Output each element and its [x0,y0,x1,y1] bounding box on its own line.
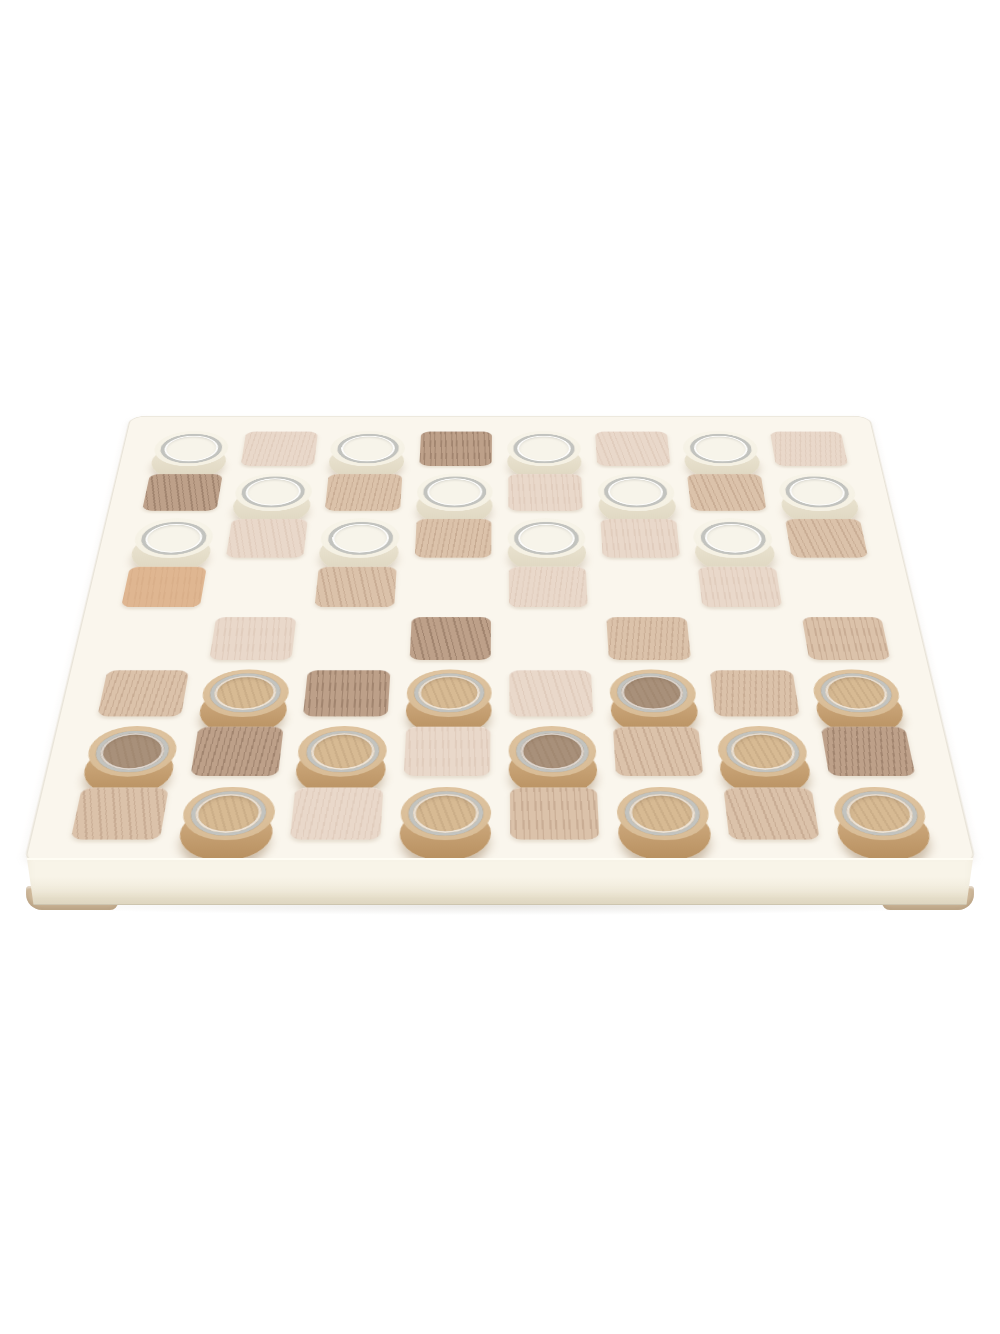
piece-wood-man[interactable] [83,726,181,776]
piece-metal-ring-icon [516,731,589,772]
piece-metal-ring-icon [423,477,486,508]
wood-inlay-square [97,670,189,716]
piece-wood-man[interactable] [405,669,492,716]
piece-metal-ring-icon [724,731,802,772]
piece-ivory-man[interactable] [776,473,859,511]
piece-metal-ring-icon [688,434,753,463]
wood-inlay-square [419,431,492,466]
piece-ivory-man[interactable] [131,518,217,558]
wood-inlay-square [70,787,169,840]
cell-r4c7[interactable] [689,562,792,612]
piece-wood-man[interactable] [399,787,492,841]
piece-ivory-man[interactable] [150,431,231,467]
piece-metal-ring-icon [327,522,394,555]
piece-wood-man[interactable] [715,726,810,776]
wood-inlay-square [290,787,383,840]
wood-inlay-square [509,566,589,607]
piece-metal-ring-icon [304,731,380,772]
wood-inlay-square [303,670,390,716]
piece-top [416,473,493,511]
cell-r2c5[interactable] [500,470,592,515]
piece-wood-man[interactable] [809,669,904,716]
wood-inlay-square [510,787,600,840]
piece-metal-ring-icon [336,434,399,463]
piece-ivory-man[interactable] [597,473,676,511]
cell-r6c2[interactable] [190,665,300,721]
wood-inlay-square [820,727,916,776]
cell-r8c3[interactable] [280,782,394,846]
cell-r7c5[interactable] [500,722,607,782]
piece-metal-ring-icon [240,477,307,508]
cell-r8c1[interactable] [59,782,180,846]
cell-r8c6[interactable] [607,782,721,846]
piece-top [405,669,492,716]
cell-r6c1[interactable] [87,665,200,721]
wood-inlay-square [121,566,208,607]
cell-r5c2[interactable] [199,612,305,665]
piece-metal-ring-icon [699,522,768,555]
cell-r3c4[interactable] [406,515,500,562]
cell-r2c1[interactable] [133,470,232,515]
cell-r4c2[interactable] [208,562,311,612]
wood-inlay-square [409,617,491,661]
piece-wood-man[interactable] [616,787,712,841]
wood-inlay-square [509,670,594,716]
piece-ivory-man[interactable] [691,518,775,558]
cell-r3c6[interactable] [592,515,689,562]
cell-r8c8[interactable] [820,782,941,846]
piece-wood-man[interactable] [508,726,598,776]
wood-inlay-square [508,474,583,511]
wood-inlay-square [209,617,296,661]
cell-r6c6[interactable] [600,665,706,721]
wood-inlay-square [226,519,308,558]
wood-inlay-square [190,727,283,776]
wood-inlay-square [142,474,223,511]
wood-inlay-square [403,727,490,776]
cell-r3c1[interactable] [122,515,224,562]
board-perspective-scene [25,417,974,864]
wood-inlay-square [687,474,766,511]
piece-metal-ring-icon [838,791,921,835]
wood-inlay-square [784,519,868,558]
piece-metal-ring-icon [818,674,896,713]
piece-metal-ring-icon [92,731,172,772]
piece-ivory-man[interactable] [319,518,401,558]
cell-r4c6[interactable] [594,562,694,612]
cell-r3c3[interactable] [311,515,408,562]
piece-metal-ring-icon [413,674,484,713]
piece-wood-man[interactable] [179,787,278,841]
cell-r4c8[interactable] [783,562,889,612]
wood-inlay-square [595,431,670,466]
cell-r1c5[interactable] [500,428,589,470]
cell-r7c2[interactable] [180,722,293,782]
cell-r8c4[interactable] [390,782,500,846]
cell-r2c3[interactable] [316,470,410,515]
cell-r1c6[interactable] [587,428,679,470]
cell-r6c8[interactable] [801,665,914,721]
cell-r2c7[interactable] [679,470,776,515]
cell-r3c2[interactable] [217,515,317,562]
cell-r8c2[interactable] [169,782,286,846]
cell-r4c1[interactable] [111,562,217,612]
cell-r5c8[interactable] [792,612,901,665]
cell-r3c5[interactable] [500,515,594,562]
cell-r1c1[interactable] [143,428,239,470]
wood-inlay-square [801,617,890,661]
cell-r3c8[interactable] [776,515,878,562]
cell-r1c8[interactable] [761,428,857,470]
piece-ivory-man[interactable] [507,518,586,558]
wood-inlay-square [710,670,800,716]
cell-r6c4[interactable] [397,665,500,721]
cell-r2c6[interactable] [589,470,683,515]
piece-metal-ring-icon [783,477,851,508]
cell-r6c7[interactable] [700,665,810,721]
cell-r7c8[interactable] [810,722,927,782]
wood-inlay-square [241,431,318,466]
cell-r2c4[interactable] [408,470,500,515]
cell-r6c5[interactable] [500,665,603,721]
piece-ivory-man[interactable] [416,473,493,511]
wood-inlay-square [325,474,402,511]
wood-inlay-square [613,727,703,776]
cell-r5c7[interactable] [695,612,801,665]
piece-wood-man[interactable] [608,669,697,716]
wood-inlay-square [600,519,680,558]
piece-metal-ring-icon [207,674,283,713]
wood-inlay-square [315,566,397,607]
cell-r1c7[interactable] [674,428,768,470]
piece-top [597,473,676,511]
wood-inlay-square [724,787,820,840]
piece-metal-ring-icon [624,791,702,835]
cell-r5c6[interactable] [597,612,700,665]
cell-r7c3[interactable] [287,722,397,782]
board-front-edge [25,858,975,905]
piece-wood-man[interactable] [296,726,388,776]
wood-inlay-square [606,617,691,661]
piece-metal-ring-icon [604,477,669,508]
cell-r8c7[interactable] [713,782,830,846]
piece-metal-ring-icon [158,434,224,463]
piece-ivory-man[interactable] [232,473,313,511]
piece-metal-ring-icon [188,791,269,835]
piece-wood-man[interactable] [199,669,291,716]
piece-ivory-man[interactable] [507,431,582,467]
piece-top [399,787,492,841]
cell-r4c3[interactable] [306,562,406,612]
piece-metal-ring-icon [616,674,689,713]
cell-r2c8[interactable] [768,470,867,515]
cell-r1c3[interactable] [321,428,413,470]
cell-r4c4[interactable] [403,562,500,612]
cell-r6c3[interactable] [293,665,399,721]
cell-r1c2[interactable] [232,428,326,470]
cell-r5c4[interactable] [400,612,500,665]
cell-r7c1[interactable] [73,722,190,782]
piece-metal-ring-icon [407,791,483,835]
piece-metal-ring-icon [138,522,209,555]
wood-inlay-square [769,431,848,466]
cell-r8c5[interactable] [500,782,610,846]
cell-r4c5[interactable] [500,562,597,612]
cell-r5c1[interactable] [99,612,208,665]
wood-inlay-square [698,566,782,607]
checkers-board [25,417,974,864]
cell-r7c4[interactable] [393,722,500,782]
piece-ivory-man[interactable] [681,431,760,467]
piece-metal-ring-icon [514,434,576,463]
piece-metal-ring-icon [514,522,579,555]
cell-r7c7[interactable] [707,722,820,782]
wood-inlay-square [414,519,491,558]
piece-wood-man[interactable] [829,787,931,841]
cell-r2c2[interactable] [224,470,321,515]
cell-r5c3[interactable] [300,612,403,665]
cell-r5c5[interactable] [500,612,600,665]
product-photo-canvas [0,0,1000,1334]
cell-r1c4[interactable] [411,428,500,470]
cell-r7c6[interactable] [603,722,713,782]
cell-r3c7[interactable] [684,515,784,562]
piece-ivory-man[interactable] [329,431,406,467]
